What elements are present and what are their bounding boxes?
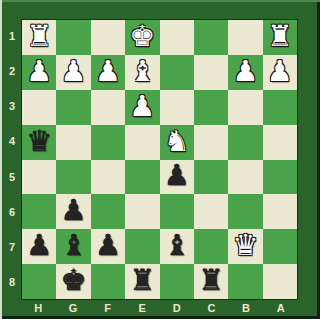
square-e3[interactable]: ♟: [125, 90, 159, 125]
square-f1[interactable]: [91, 20, 125, 55]
piece-black-bishop[interactable]: ♝: [164, 231, 190, 260]
square-h8[interactable]: [22, 264, 56, 299]
piece-black-pawn[interactable]: ♟: [95, 231, 121, 260]
square-d7[interactable]: ♝: [160, 229, 194, 264]
square-b2[interactable]: ♟: [228, 55, 262, 90]
square-f4[interactable]: [91, 125, 125, 160]
square-c8[interactable]: ♜: [194, 264, 228, 299]
square-e4[interactable]: [125, 125, 159, 160]
square-c6[interactable]: [194, 194, 228, 229]
square-a6[interactable]: [263, 194, 297, 229]
square-b5[interactable]: [228, 160, 262, 195]
square-e6[interactable]: [125, 194, 159, 229]
piece-white-king[interactable]: ♚: [129, 22, 155, 51]
file-label-c: C: [194, 300, 229, 316]
square-c3[interactable]: [194, 90, 228, 125]
square-g8[interactable]: ♚: [56, 264, 90, 299]
chess-board: ♜♚♜♟♟♟♝♟♟♟♛♞♟♟♟♝♟♝♛♚♜♜: [21, 19, 298, 300]
square-g6[interactable]: ♟: [56, 194, 90, 229]
file-label-e: E: [125, 300, 160, 316]
square-c1[interactable]: [194, 20, 228, 55]
square-f5[interactable]: [91, 160, 125, 195]
square-c4[interactable]: [194, 125, 228, 160]
square-a5[interactable]: [263, 160, 297, 195]
piece-white-pawn[interactable]: ♟: [232, 57, 258, 86]
square-g3[interactable]: [56, 90, 90, 125]
piece-black-rook[interactable]: ♜: [198, 266, 224, 295]
piece-white-rook[interactable]: ♜: [267, 22, 293, 51]
piece-white-rook[interactable]: ♜: [26, 22, 52, 51]
square-d6[interactable]: [160, 194, 194, 229]
square-g4[interactable]: [56, 125, 90, 160]
square-b4[interactable]: [228, 125, 262, 160]
square-d8[interactable]: [160, 264, 194, 299]
square-e5[interactable]: [125, 160, 159, 195]
square-d1[interactable]: [160, 20, 194, 55]
piece-white-pawn[interactable]: ♟: [129, 92, 155, 121]
square-b1[interactable]: [228, 20, 262, 55]
piece-white-pawn[interactable]: ♟: [95, 57, 121, 86]
square-h1[interactable]: ♜: [22, 20, 56, 55]
square-a7[interactable]: [263, 229, 297, 264]
piece-black-king[interactable]: ♚: [61, 266, 87, 295]
square-h6[interactable]: [22, 194, 56, 229]
piece-black-rook[interactable]: ♜: [129, 266, 155, 295]
piece-black-pawn[interactable]: ♟: [164, 161, 190, 190]
file-label-d: D: [160, 300, 195, 316]
file-label-a: A: [263, 300, 298, 316]
square-f6[interactable]: [91, 194, 125, 229]
piece-white-queen[interactable]: ♛: [232, 231, 258, 260]
square-e1[interactable]: ♚: [125, 20, 159, 55]
piece-black-bishop[interactable]: ♝: [61, 231, 87, 260]
square-f2[interactable]: ♟: [91, 55, 125, 90]
rank-label-4: 4: [3, 124, 21, 159]
piece-black-pawn[interactable]: ♟: [26, 231, 52, 260]
square-e2[interactable]: ♝: [125, 55, 159, 90]
square-h3[interactable]: [22, 90, 56, 125]
square-a2[interactable]: ♟: [263, 55, 297, 90]
rank-label-5: 5: [3, 160, 21, 195]
piece-white-pawn[interactable]: ♟: [267, 57, 293, 86]
square-f8[interactable]: [91, 264, 125, 299]
square-a3[interactable]: [263, 90, 297, 125]
square-d2[interactable]: [160, 55, 194, 90]
square-h4[interactable]: ♛: [22, 125, 56, 160]
square-a1[interactable]: ♜: [263, 20, 297, 55]
rank-label-3: 3: [3, 89, 21, 124]
rank-label-6: 6: [3, 195, 21, 230]
square-c7[interactable]: [194, 229, 228, 264]
square-b7[interactable]: ♛: [228, 229, 262, 264]
file-label-b: B: [229, 300, 264, 316]
piece-white-pawn[interactable]: ♟: [26, 57, 52, 86]
square-h7[interactable]: ♟: [22, 229, 56, 264]
square-c5[interactable]: [194, 160, 228, 195]
square-g1[interactable]: [56, 20, 90, 55]
square-g5[interactable]: [56, 160, 90, 195]
piece-black-pawn[interactable]: ♟: [61, 196, 87, 225]
square-b3[interactable]: [228, 90, 262, 125]
square-h5[interactable]: [22, 160, 56, 195]
board-frame: 12345678 ♜♚♜♟♟♟♝♟♟♟♛♞♟♟♟♝♟♝♛♚♜♜ HGFEDCBA: [0, 0, 320, 319]
square-a8[interactable]: [263, 264, 297, 299]
square-g2[interactable]: ♟: [56, 55, 90, 90]
square-d4[interactable]: ♞: [160, 125, 194, 160]
square-e8[interactable]: ♜: [125, 264, 159, 299]
rank-label-8: 8: [3, 265, 21, 300]
square-f3[interactable]: [91, 90, 125, 125]
piece-white-pawn[interactable]: ♟: [61, 57, 87, 86]
piece-white-bishop[interactable]: ♝: [129, 57, 155, 86]
file-label-h: H: [21, 300, 56, 316]
square-c2[interactable]: [194, 55, 228, 90]
rank-label-7: 7: [3, 230, 21, 265]
square-a4[interactable]: [263, 125, 297, 160]
rank-label-2: 2: [3, 54, 21, 89]
square-d3[interactable]: [160, 90, 194, 125]
square-d5[interactable]: ♟: [160, 160, 194, 195]
square-e7[interactable]: [125, 229, 159, 264]
square-g7[interactable]: ♝: [56, 229, 90, 264]
piece-black-queen[interactable]: ♛: [26, 127, 52, 156]
file-label-g: G: [56, 300, 91, 316]
rank-label-1: 1: [3, 19, 21, 54]
file-label-f: F: [90, 300, 125, 316]
rank-labels: 12345678: [3, 19, 21, 300]
square-b6[interactable]: [228, 194, 262, 229]
square-b8[interactable]: [228, 264, 262, 299]
square-h2[interactable]: ♟: [22, 55, 56, 90]
piece-white-knight[interactable]: ♞: [164, 127, 190, 156]
file-labels: HGFEDCBA: [21, 300, 298, 316]
square-f7[interactable]: ♟: [91, 229, 125, 264]
